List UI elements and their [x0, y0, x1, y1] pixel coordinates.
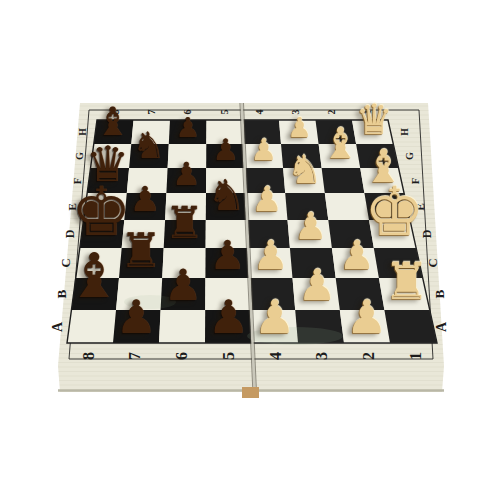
dark-knight-e5[interactable]: ♞	[207, 174, 245, 217]
light-pawn-g4[interactable]: ♟	[250, 135, 277, 165]
square-a8[interactable]	[67, 310, 116, 343]
light-rook-b1[interactable]: ♜	[384, 256, 430, 307]
square-a6[interactable]	[159, 310, 205, 343]
light-bishop-g2[interactable]: ♝	[321, 123, 359, 165]
light-pawn-e4[interactable]: ♟	[252, 182, 283, 217]
light-pawn-h3[interactable]: ♟	[287, 114, 312, 141]
light-pawn-a2[interactable]: ♟	[346, 294, 387, 340]
dark-pawn-h6[interactable]: ♟	[175, 114, 200, 141]
dark-pawn-c5[interactable]: ♟	[209, 235, 245, 275]
dark-pawn-a5[interactable]: ♟	[208, 294, 249, 340]
light-knight-f3[interactable]: ♞	[287, 150, 322, 190]
clasp	[242, 387, 259, 398]
dark-pawn-f6[interactable]: ♟	[172, 158, 201, 190]
light-queen-h1[interactable]: ♛	[355, 99, 392, 141]
light-pawn-c4[interactable]: ♟	[253, 235, 289, 275]
dark-pawn-a7[interactable]: ♟	[115, 294, 156, 340]
dark-pawn-e7[interactable]: ♟	[129, 182, 160, 217]
dark-bishop-b8[interactable]: ♝	[67, 246, 122, 308]
light-pawn-c2[interactable]: ♟	[339, 235, 375, 275]
dark-rook-d6[interactable]: ♜	[165, 201, 205, 245]
dark-knight-g7[interactable]: ♞	[132, 128, 165, 165]
chess-set-photo: 8877665544332211HHGGFFEEDDCCBBAA ♝♟♞♟♛♟♟…	[0, 0, 500, 500]
dark-rook-c7[interactable]: ♜	[119, 227, 162, 275]
light-pawn-a4[interactable]: ♟	[254, 294, 295, 340]
dark-pawn-b6[interactable]: ♟	[164, 264, 203, 307]
light-pawn-b3[interactable]: ♟	[298, 264, 337, 307]
dark-bishop-h8[interactable]: ♝	[95, 102, 130, 141]
dark-pawn-g5[interactable]: ♟	[212, 135, 239, 165]
light-pawn-d3[interactable]: ♟	[294, 208, 327, 245]
